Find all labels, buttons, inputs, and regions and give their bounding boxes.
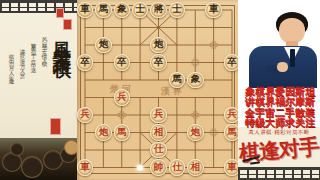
poem-column-4: 棋中日月人生趣	[9, 50, 16, 78]
slogan-block: 象棋界爱因斯坦 讲棋界福尔摩斯 全宇宙二手散装 特级大师求关注	[239, 87, 320, 129]
calligraphy-title: 風繁講棋	[50, 27, 74, 51]
left-panel: 风靡华东情入棋 繁星似于弈中迷 讲评论道万人赏 棋中日月人生趣 風繁講棋	[0, 0, 77, 180]
wooden-pieces-photo	[0, 138, 77, 180]
red-seal-icon	[63, 19, 72, 30]
piece-black-卒[interactable]: 卒	[114, 54, 131, 71]
piece-red-車[interactable]: 車	[77, 159, 94, 176]
piece-red-兵[interactable]: 兵	[114, 89, 131, 106]
piece-red-仕[interactable]: 仕	[169, 159, 186, 176]
poem-column-1: 风靡华东情入棋	[42, 33, 49, 61]
piece-black-象[interactable]: 象	[114, 2, 131, 19]
right-panel: 象棋界爱因斯坦 讲棋界福尔摩斯 全宇宙二手散装 特级大师求关注 真人讲棋·精彩对…	[238, 0, 320, 180]
piece-black-卒[interactable]: 卒	[77, 54, 94, 71]
xiangqi-board[interactable]: 楚河 漢界 車馬象士將士車炮炮卒卒卒卒馬象兵兵兵兵炮馬相炮馬仕車帥仕相車	[77, 0, 238, 180]
piece-black-馬[interactable]: 馬	[95, 2, 112, 19]
video-thumbnail: 风靡华东情入棋 繁星似于弈中迷 讲评论道万人赏 棋中日月人生趣 風繁講棋	[0, 0, 320, 180]
presenter-tie	[290, 49, 295, 67]
presenter-photo	[240, 10, 318, 88]
piece-red-馬[interactable]: 馬	[114, 124, 131, 141]
piece-black-車[interactable]: 車	[205, 2, 222, 19]
photo-piece	[21, 156, 43, 178]
presenter-hand	[277, 62, 288, 72]
slogan-line-4: 特级大师求关注	[245, 118, 320, 128]
piece-red-相[interactable]: 相	[187, 159, 204, 176]
piece-black-卒[interactable]: 卒	[150, 54, 167, 71]
piece-black-將[interactable]: 將	[150, 2, 167, 19]
piece-black-炮[interactable]: 炮	[150, 37, 167, 54]
piece-black-象[interactable]: 象	[187, 72, 204, 89]
piece-red-仕[interactable]: 仕	[150, 142, 167, 159]
photo-piece	[10, 142, 24, 156]
red-seal-icon	[50, 118, 61, 135]
piece-red-帥[interactable]: 帥	[150, 159, 167, 176]
piece-red-兵[interactable]: 兵	[150, 107, 167, 124]
lattice-border-icon	[0, 0, 77, 13]
red-seal-icon	[56, 8, 64, 18]
poem-column-3: 讲评论道万人赏	[20, 44, 27, 72]
last-move-origin-dot	[137, 165, 143, 171]
piece-black-炮[interactable]: 炮	[95, 37, 112, 54]
poem-column-2: 繁星似于弈中迷	[31, 38, 38, 66]
piece-red-炮[interactable]: 炮	[95, 124, 112, 141]
piece-red-相[interactable]: 相	[150, 124, 167, 141]
piece-red-炮[interactable]: 炮	[187, 124, 204, 141]
lattice-border-icon	[238, 167, 320, 180]
